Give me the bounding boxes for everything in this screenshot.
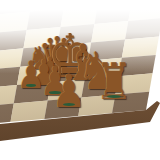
piece-rook-right: ♜	[94, 57, 135, 107]
felt-base	[63, 103, 76, 106]
felt-base	[107, 95, 121, 98]
felt-base	[26, 84, 37, 87]
piece-pawn-front: ♟	[50, 68, 88, 114]
chess-set-photo: ♜♞♟♛♚♝♞♜♟♟♟♟	[0, 0, 160, 160]
pieces-layer: ♜♞♟♛♚♝♞♜♟♟♟♟	[0, 0, 160, 160]
